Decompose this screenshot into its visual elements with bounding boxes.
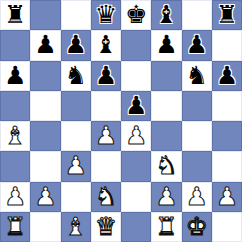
white-pawn[interactable]: ♟ — [34, 182, 56, 212]
square-a6[interactable]: ♟ — [0, 61, 30, 91]
square-f8[interactable]: ♝ — [151, 0, 181, 30]
square-d8[interactable]: ♛ — [91, 0, 121, 30]
white-knight[interactable]: ♞ — [155, 151, 177, 181]
square-g3[interactable] — [182, 151, 212, 181]
square-f7[interactable]: ♟ — [151, 30, 181, 60]
square-c5[interactable] — [61, 91, 91, 121]
square-f3[interactable]: ♞ — [151, 151, 181, 181]
square-h6[interactable]: ♟ — [212, 61, 242, 91]
square-f1[interactable]: ♜ — [151, 212, 181, 242]
square-a4[interactable]: ♝ — [0, 121, 30, 151]
white-bishop[interactable]: ♝ — [64, 212, 86, 242]
black-knight[interactable]: ♞ — [185, 61, 207, 91]
square-c1[interactable]: ♝ — [61, 212, 91, 242]
square-b1[interactable] — [30, 212, 60, 242]
square-c8[interactable] — [61, 0, 91, 30]
black-queen[interactable]: ♛ — [95, 0, 117, 30]
square-e2[interactable] — [121, 182, 151, 212]
square-a5[interactable] — [0, 91, 30, 121]
white-pawn[interactable]: ♟ — [185, 182, 207, 212]
square-f4[interactable] — [151, 121, 181, 151]
square-e5[interactable]: ♟ — [121, 91, 151, 121]
square-c2[interactable] — [61, 182, 91, 212]
square-d1[interactable]: ♛ — [91, 212, 121, 242]
white-queen[interactable]: ♛ — [95, 212, 117, 242]
square-d6[interactable]: ♟ — [91, 61, 121, 91]
black-bishop[interactable]: ♝ — [155, 0, 177, 30]
square-b7[interactable]: ♟ — [30, 30, 60, 60]
square-h1[interactable] — [212, 212, 242, 242]
white-pawn[interactable]: ♟ — [4, 182, 26, 212]
white-king[interactable]: ♚ — [185, 212, 207, 242]
square-g4[interactable] — [182, 121, 212, 151]
square-g2[interactable]: ♟ — [182, 182, 212, 212]
black-pawn[interactable]: ♟ — [185, 30, 207, 60]
white-rook[interactable]: ♜ — [155, 212, 177, 242]
square-a7[interactable] — [0, 30, 30, 60]
square-c3[interactable]: ♟ — [61, 151, 91, 181]
square-e4[interactable]: ♟ — [121, 121, 151, 151]
square-f6[interactable] — [151, 61, 181, 91]
square-b3[interactable] — [30, 151, 60, 181]
square-a3[interactable] — [0, 151, 30, 181]
square-h4[interactable] — [212, 121, 242, 151]
square-e8[interactable]: ♚ — [121, 0, 151, 30]
square-d5[interactable] — [91, 91, 121, 121]
square-b2[interactable]: ♟ — [30, 182, 60, 212]
square-h5[interactable] — [212, 91, 242, 121]
square-b8[interactable] — [30, 0, 60, 30]
square-e6[interactable] — [121, 61, 151, 91]
white-rook[interactable]: ♜ — [4, 212, 26, 242]
square-a1[interactable]: ♜ — [0, 212, 30, 242]
square-a2[interactable]: ♟ — [0, 182, 30, 212]
black-rook[interactable]: ♜ — [216, 0, 238, 30]
square-f5[interactable] — [151, 91, 181, 121]
white-knight[interactable]: ♞ — [95, 182, 117, 212]
black-pawn[interactable]: ♟ — [216, 61, 238, 91]
white-pawn[interactable]: ♟ — [95, 121, 117, 151]
black-pawn[interactable]: ♟ — [4, 61, 26, 91]
square-d2[interactable]: ♞ — [91, 182, 121, 212]
square-g5[interactable] — [182, 91, 212, 121]
black-knight[interactable]: ♞ — [64, 61, 86, 91]
black-rook[interactable]: ♜ — [4, 0, 26, 30]
square-d3[interactable] — [91, 151, 121, 181]
square-h7[interactable] — [212, 30, 242, 60]
square-c6[interactable]: ♞ — [61, 61, 91, 91]
square-h8[interactable]: ♜ — [212, 0, 242, 30]
white-pawn[interactable]: ♟ — [155, 182, 177, 212]
square-g8[interactable] — [182, 0, 212, 30]
square-e1[interactable] — [121, 212, 151, 242]
square-f2[interactable]: ♟ — [151, 182, 181, 212]
square-b5[interactable] — [30, 91, 60, 121]
square-a8[interactable]: ♜ — [0, 0, 30, 30]
square-b6[interactable] — [30, 61, 60, 91]
chess-board: ♜♛♚♝♜♟♟♝♟♟♟♞♟♞♟♟♝♟♟♟♞♟♟♞♟♟♟♜♝♛♜♚ — [0, 0, 242, 242]
square-g6[interactable]: ♞ — [182, 61, 212, 91]
white-pawn[interactable]: ♟ — [64, 151, 86, 181]
white-pawn[interactable]: ♟ — [125, 121, 147, 151]
black-pawn[interactable]: ♟ — [64, 30, 86, 60]
white-bishop[interactable]: ♝ — [4, 121, 26, 151]
black-pawn[interactable]: ♟ — [125, 91, 147, 121]
square-e7[interactable] — [121, 30, 151, 60]
black-bishop[interactable]: ♝ — [95, 30, 117, 60]
black-pawn[interactable]: ♟ — [95, 61, 117, 91]
square-c4[interactable] — [61, 121, 91, 151]
black-pawn[interactable]: ♟ — [34, 30, 56, 60]
square-g1[interactable]: ♚ — [182, 212, 212, 242]
square-e3[interactable] — [121, 151, 151, 181]
square-c7[interactable]: ♟ — [61, 30, 91, 60]
square-h3[interactable] — [212, 151, 242, 181]
black-pawn[interactable]: ♟ — [155, 30, 177, 60]
square-d7[interactable]: ♝ — [91, 30, 121, 60]
black-king[interactable]: ♚ — [125, 0, 147, 30]
square-d4[interactable]: ♟ — [91, 121, 121, 151]
square-b4[interactable] — [30, 121, 60, 151]
square-g7[interactable]: ♟ — [182, 30, 212, 60]
white-pawn[interactable]: ♟ — [216, 182, 238, 212]
square-h2[interactable]: ♟ — [212, 182, 242, 212]
